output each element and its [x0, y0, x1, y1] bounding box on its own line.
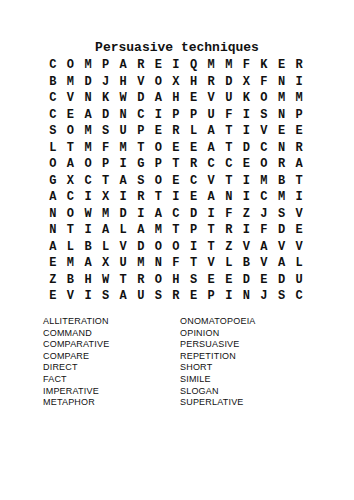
grid-cell[interactable]: C — [220, 156, 238, 173]
grid-cell[interactable]: U — [220, 90, 238, 107]
grid-cell[interactable]: Z — [238, 206, 256, 223]
word-list-item: SIMILE — [180, 374, 256, 386]
grid-cell[interactable]: B — [273, 173, 291, 190]
grid-cell[interactable]: W — [79, 206, 97, 223]
grid-cell[interactable]: M — [255, 173, 273, 190]
grid-cell[interactable]: T — [220, 140, 238, 157]
grid-cell[interactable]: R — [220, 222, 238, 239]
grid-cell[interactable]: A — [150, 90, 168, 107]
grid-cell[interactable]: U — [202, 107, 220, 124]
grid-cell[interactable]: O — [255, 90, 273, 107]
grid-cell[interactable]: L — [62, 239, 80, 256]
grid-cell[interactable]: T — [114, 272, 132, 289]
grid-cell[interactable]: O — [150, 74, 168, 91]
grid-cell[interactable]: R — [290, 140, 308, 157]
grid-cell[interactable]: I — [114, 156, 132, 173]
grid-cell[interactable]: T — [167, 156, 185, 173]
grid-cell[interactable]: E — [150, 123, 168, 140]
grid-cell[interactable]: O — [255, 156, 273, 173]
grid-cell[interactable]: E — [44, 288, 62, 305]
grid-cell[interactable]: I — [150, 107, 168, 124]
grid-cell[interactable]: Q — [185, 57, 203, 74]
grid-cell[interactable]: A — [202, 189, 220, 206]
grid-cell[interactable]: D — [220, 74, 238, 91]
grid-cell[interactable]: N — [273, 140, 291, 157]
grid-cell[interactable]: M — [273, 90, 291, 107]
grid-cell[interactable]: V — [290, 239, 308, 256]
grid-cell[interactable]: D — [238, 140, 256, 157]
grid-cell[interactable]: R — [273, 156, 291, 173]
grid-cell[interactable]: I — [238, 173, 256, 190]
grid-cell[interactable]: A — [62, 156, 80, 173]
grid-cell[interactable]: L — [44, 140, 62, 157]
grid-cell[interactable]: E — [150, 57, 168, 74]
grid-cell[interactable]: N — [44, 222, 62, 239]
grid-cell[interactable]: R — [167, 123, 185, 140]
grid-cell[interactable]: A — [79, 255, 97, 272]
grid-cell[interactable]: E — [185, 140, 203, 157]
grid-cell[interactable]: X — [97, 255, 115, 272]
grid-cell[interactable]: C — [79, 173, 97, 190]
grid-cell[interactable]: B — [62, 272, 80, 289]
grid-cell[interactable]: A — [202, 140, 220, 157]
grid-cell[interactable]: N — [273, 74, 291, 91]
grid-cell[interactable]: E — [167, 140, 185, 157]
grid-cell[interactable]: H — [79, 272, 97, 289]
grid-cell[interactable]: F — [238, 57, 256, 74]
grid-cell[interactable]: M — [114, 140, 132, 157]
grid-cell[interactable]: D — [97, 107, 115, 124]
grid-cell[interactable]: I — [290, 189, 308, 206]
grid-cell[interactable]: F — [97, 140, 115, 157]
grid-cell[interactable]: I — [79, 189, 97, 206]
grid-cell[interactable]: S — [273, 288, 291, 305]
grid-cell[interactable]: B — [79, 239, 97, 256]
grid-cell[interactable]: C — [62, 189, 80, 206]
grid-cell[interactable]: B — [238, 255, 256, 272]
grid-cell[interactable]: I — [290, 74, 308, 91]
wordsearch-grid: COMPAREIQMMFKERBMDJHVOXHRDXFNICVNKWDAHEV… — [44, 57, 308, 305]
grid-cell[interactable]: X — [238, 74, 256, 91]
grid-cell[interactable]: T — [150, 189, 168, 206]
grid-cell[interactable]: O — [150, 272, 168, 289]
grid-cell[interactable]: I — [238, 222, 256, 239]
grid-cell[interactable]: E — [290, 123, 308, 140]
grid-cell[interactable]: P — [185, 222, 203, 239]
grid-cell[interactable]: M — [79, 123, 97, 140]
grid-cell[interactable]: T — [62, 140, 80, 157]
grid-cell[interactable]: I — [132, 206, 150, 223]
word-list-item: COMPARATIVE — [43, 339, 109, 351]
grid-cell[interactable]: T — [202, 222, 220, 239]
grid-cell[interactable]: E — [44, 255, 62, 272]
grid-cell[interactable]: R — [132, 189, 150, 206]
grid-cell[interactable]: C — [44, 57, 62, 74]
grid-cell[interactable]: E — [255, 272, 273, 289]
grid-cell[interactable]: H — [167, 90, 185, 107]
grid-cell[interactable]: E — [167, 173, 185, 190]
word-list-item: METAPHOR — [43, 397, 109, 409]
grid-cell[interactable]: V — [202, 90, 220, 107]
grid-cell[interactable]: M — [79, 140, 97, 157]
grid-cell[interactable]: C — [44, 90, 62, 107]
grid-cell[interactable]: N — [44, 206, 62, 223]
grid-cell[interactable]: G — [44, 173, 62, 190]
grid-cell[interactable]: C — [202, 156, 220, 173]
grid-cell[interactable]: A — [79, 107, 97, 124]
grid-cell[interactable]: T — [202, 239, 220, 256]
grid-cell[interactable]: D — [132, 90, 150, 107]
grid-cell[interactable]: D — [114, 206, 132, 223]
grid-cell[interactable]: O — [79, 156, 97, 173]
grid-cell[interactable]: A — [255, 239, 273, 256]
grid-cell[interactable]: C — [290, 288, 308, 305]
grid-cell[interactable]: E — [220, 272, 238, 289]
grid-cell[interactable]: X — [97, 189, 115, 206]
grid-cell[interactable]: D — [238, 272, 256, 289]
grid-cell[interactable]: L — [97, 239, 115, 256]
grid-cell[interactable]: T — [290, 173, 308, 190]
grid-cell[interactable]: A — [290, 156, 308, 173]
grid-cell[interactable]: A — [114, 57, 132, 74]
grid-cell[interactable]: E — [273, 123, 291, 140]
word-list-item: REPETITION — [180, 351, 256, 363]
grid-cell[interactable]: F — [220, 107, 238, 124]
grid-cell[interactable]: X — [62, 173, 80, 190]
grid-cell[interactable]: I — [185, 239, 203, 256]
grid-cell[interactable]: A — [114, 288, 132, 305]
grid-cell[interactable]: E — [185, 288, 203, 305]
grid-cell[interactable]: B — [44, 74, 62, 91]
word-list-item: ONOMATOPOEIA — [180, 316, 256, 328]
grid-cell[interactable]: O — [62, 57, 80, 74]
grid-cell[interactable]: O — [150, 239, 168, 256]
grid-cell[interactable]: J — [255, 288, 273, 305]
grid-cell[interactable]: D — [185, 206, 203, 223]
grid-cell[interactable]: T — [62, 222, 80, 239]
word-list-item: OPINION — [180, 328, 256, 340]
grid-cell[interactable]: K — [238, 90, 256, 107]
grid-cell[interactable]: M — [273, 189, 291, 206]
grid-cell[interactable]: M — [290, 90, 308, 107]
grid-cell[interactable]: V — [62, 90, 80, 107]
grid-cell[interactable]: T — [220, 123, 238, 140]
grid-cell[interactable]: I — [202, 206, 220, 223]
grid-cell[interactable]: A — [44, 189, 62, 206]
grid-cell[interactable]: N — [273, 107, 291, 124]
grid-cell[interactable]: R — [132, 272, 150, 289]
word-list-item: SLOGAN — [180, 386, 256, 398]
grid-cell[interactable]: U — [114, 255, 132, 272]
grid-cell[interactable]: M — [79, 57, 97, 74]
grid-cell[interactable]: L — [185, 123, 203, 140]
grid-cell[interactable]: T — [97, 173, 115, 190]
grid-cell[interactable]: V — [255, 255, 273, 272]
grid-cell[interactable]: E — [185, 189, 203, 206]
grid-cell[interactable]: M — [132, 255, 150, 272]
grid-cell[interactable]: R — [167, 288, 185, 305]
grid-cell[interactable]: T — [132, 140, 150, 157]
grid-cell[interactable]: K — [255, 57, 273, 74]
grid-cell[interactable]: V — [132, 74, 150, 91]
grid-cell[interactable]: T — [220, 173, 238, 190]
grid-cell[interactable]: Z — [44, 272, 62, 289]
grid-cell[interactable]: P — [290, 107, 308, 124]
grid-cell[interactable]: R — [202, 74, 220, 91]
grid-cell[interactable]: P — [97, 156, 115, 173]
grid-cell[interactable]: P — [132, 123, 150, 140]
grid-cell[interactable]: E — [273, 57, 291, 74]
grid-cell[interactable]: F — [167, 255, 185, 272]
word-list-item: PERSUASIVE — [180, 339, 256, 351]
grid-cell[interactable]: A — [44, 239, 62, 256]
grid-cell[interactable]: I — [167, 57, 185, 74]
grid-cell[interactable]: F — [255, 222, 273, 239]
grid-cell[interactable]: C — [132, 107, 150, 124]
grid-cell[interactable]: H — [167, 272, 185, 289]
grid-cell[interactable]: R — [132, 57, 150, 74]
grid-cell[interactable]: S — [255, 107, 273, 124]
grid-cell[interactable]: I — [114, 189, 132, 206]
grid-cell[interactable]: R — [290, 57, 308, 74]
grid-cell[interactable]: S — [44, 123, 62, 140]
grid-cell[interactable]: U — [132, 288, 150, 305]
grid-cell[interactable]: A — [273, 255, 291, 272]
grid-cell[interactable]: X — [167, 74, 185, 91]
grid-cell[interactable]: D — [132, 239, 150, 256]
word-list-item: COMMAND — [43, 328, 109, 340]
grid-cell[interactable]: S — [97, 123, 115, 140]
grid-cell[interactable]: V — [273, 239, 291, 256]
grid-cell[interactable]: O — [62, 206, 80, 223]
grid-cell[interactable]: O — [44, 156, 62, 173]
word-list-item: COMPARE — [43, 351, 109, 363]
grid-cell[interactable]: V — [255, 123, 273, 140]
grid-cell[interactable]: K — [97, 90, 115, 107]
grid-cell[interactable]: F — [220, 206, 238, 223]
grid-cell[interactable]: I — [79, 288, 97, 305]
grid-cell[interactable]: C — [255, 189, 273, 206]
grid-cell[interactable]: S — [132, 173, 150, 190]
grid-cell[interactable]: V — [202, 173, 220, 190]
grid-cell[interactable]: L — [290, 255, 308, 272]
grid-cell[interactable]: H — [185, 74, 203, 91]
grid-cell[interactable]: P — [150, 156, 168, 173]
grid-cell[interactable]: O — [167, 239, 185, 256]
grid-cell[interactable]: V — [202, 255, 220, 272]
grid-cell[interactable]: E — [185, 90, 203, 107]
grid-cell[interactable]: U — [290, 272, 308, 289]
grid-cell[interactable]: A — [202, 123, 220, 140]
grid-cell[interactable]: O — [150, 140, 168, 157]
grid-cell[interactable]: P — [202, 288, 220, 305]
grid-cell[interactable]: N — [238, 288, 256, 305]
grid-cell[interactable]: P — [97, 57, 115, 74]
grid-cell[interactable]: G — [132, 156, 150, 173]
grid-cell[interactable]: S — [150, 288, 168, 305]
grid-cell[interactable]: I — [79, 222, 97, 239]
grid-cell[interactable]: D — [79, 74, 97, 91]
grid-cell[interactable]: L — [220, 255, 238, 272]
grid-cell[interactable]: L — [114, 222, 132, 239]
grid-cell[interactable]: N — [150, 255, 168, 272]
word-list-item: DIRECT — [43, 362, 109, 374]
grid-cell[interactable]: A — [132, 222, 150, 239]
word-list-left: ALLITERATIONCOMMANDCOMPARATIVECOMPAREDIR… — [43, 316, 109, 409]
grid-cell[interactable]: N — [220, 189, 238, 206]
word-list-item: IMPERATIVE — [43, 386, 109, 398]
grid-cell[interactable]: M — [97, 206, 115, 223]
grid-cell[interactable]: J — [255, 206, 273, 223]
grid-cell[interactable]: C — [44, 107, 62, 124]
grid-cell[interactable]: O — [62, 123, 80, 140]
grid-cell[interactable]: J — [97, 74, 115, 91]
grid-cell[interactable]: N — [114, 107, 132, 124]
grid-cell[interactable]: M — [202, 57, 220, 74]
grid-cell[interactable]: M — [62, 74, 80, 91]
grid-cell[interactable]: U — [114, 123, 132, 140]
page-title: Persuasive techniques — [0, 40, 354, 55]
grid-cell[interactable]: W — [97, 272, 115, 289]
grid-cell[interactable]: C — [255, 140, 273, 157]
grid-cell[interactable]: V — [238, 239, 256, 256]
grid-cell[interactable]: N — [79, 90, 97, 107]
grid-cell[interactable]: A — [114, 173, 132, 190]
grid-cell[interactable]: S — [185, 272, 203, 289]
grid-cell[interactable]: O — [150, 173, 168, 190]
grid-cell[interactable]: V — [114, 239, 132, 256]
grid-cell[interactable]: E — [290, 222, 308, 239]
word-list-item: SUPERLATIVE — [180, 397, 256, 409]
grid-cell[interactable]: V — [62, 288, 80, 305]
word-list-item: SHORT — [180, 362, 256, 374]
grid-cell[interactable]: E — [202, 272, 220, 289]
grid-cell[interactable]: F — [255, 74, 273, 91]
grid-cell[interactable]: T — [185, 255, 203, 272]
grid-cell[interactable]: E — [238, 156, 256, 173]
grid-cell[interactable]: M — [62, 255, 80, 272]
grid-cell[interactable]: I — [238, 123, 256, 140]
word-list-item: ALLITERATION — [43, 316, 109, 328]
grid-cell[interactable]: I — [167, 189, 185, 206]
grid-cell[interactable]: R — [185, 156, 203, 173]
grid-cell[interactable]: Z — [220, 239, 238, 256]
grid-cell[interactable]: I — [220, 288, 238, 305]
grid-cell[interactable]: E — [62, 107, 80, 124]
grid-cell[interactable]: D — [273, 222, 291, 239]
word-list-item: FACT — [43, 374, 109, 386]
grid-cell[interactable]: M — [220, 57, 238, 74]
grid-cell[interactable]: T — [167, 222, 185, 239]
grid-cell[interactable]: H — [114, 74, 132, 91]
grid-cell[interactable]: C — [167, 206, 185, 223]
grid-cell[interactable]: V — [290, 206, 308, 223]
grid-cell[interactable]: D — [273, 272, 291, 289]
grid-cell[interactable]: S — [273, 206, 291, 223]
grid-cell[interactable]: P — [167, 107, 185, 124]
grid-cell[interactable]: P — [185, 107, 203, 124]
word-list-right: ONOMATOPOEIAOPINIONPERSUASIVEREPETITIONS… — [180, 316, 256, 409]
grid-cell[interactable]: W — [114, 90, 132, 107]
grid-cell[interactable]: I — [238, 107, 256, 124]
grid-cell[interactable]: M — [150, 222, 168, 239]
worksheet-page: Persuasive techniques COMPAREIQMMFKERBMD… — [0, 0, 354, 500]
grid-cell[interactable]: C — [185, 173, 203, 190]
grid-cell[interactable]: I — [238, 189, 256, 206]
grid-cell[interactable]: A — [150, 206, 168, 223]
grid-cell[interactable]: A — [97, 222, 115, 239]
grid-cell[interactable]: S — [97, 288, 115, 305]
